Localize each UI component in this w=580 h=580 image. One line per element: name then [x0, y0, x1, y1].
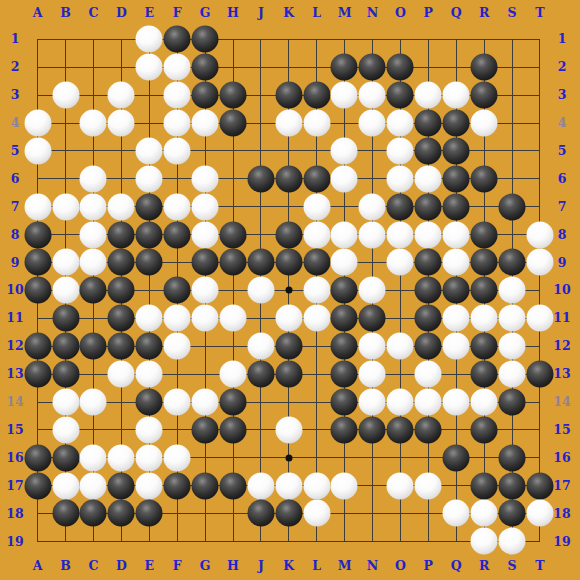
white-stone-F3[interactable]	[164, 82, 191, 109]
intersection-L18[interactable]	[303, 499, 331, 527]
intersection-D13[interactable]	[107, 360, 135, 388]
black-stone-S17[interactable]	[498, 472, 525, 499]
white-stone-O9[interactable]	[387, 249, 414, 276]
intersection-M6[interactable]	[331, 165, 359, 193]
black-stone-M15[interactable]	[331, 416, 358, 443]
intersection-O4[interactable]	[386, 109, 414, 137]
intersection-C10[interactable]	[80, 276, 108, 304]
white-stone-Q14[interactable]	[443, 388, 470, 415]
intersection-O10[interactable]	[386, 276, 414, 304]
white-stone-L11[interactable]	[303, 305, 330, 332]
intersection-E10[interactable]	[135, 276, 163, 304]
intersection-N8[interactable]	[358, 221, 386, 249]
intersection-S14[interactable]	[498, 388, 526, 416]
intersection-J10[interactable]	[247, 276, 275, 304]
white-stone-Q9[interactable]	[443, 249, 470, 276]
black-stone-Q10[interactable]	[443, 277, 470, 304]
white-stone-Q18[interactable]	[443, 500, 470, 527]
intersection-E18[interactable]	[135, 499, 163, 527]
intersection-K4[interactable]	[275, 109, 303, 137]
intersection-L12[interactable]	[303, 332, 331, 360]
intersection-P3[interactable]	[414, 81, 442, 109]
intersection-H16[interactable]	[219, 444, 247, 472]
white-stone-F16[interactable]	[164, 444, 191, 471]
intersection-R15[interactable]	[470, 416, 498, 444]
intersection-N13[interactable]	[358, 360, 386, 388]
intersection-A14[interactable]	[24, 388, 52, 416]
intersection-T14[interactable]	[526, 388, 554, 416]
intersection-H15[interactable]	[219, 416, 247, 444]
intersection-Q7[interactable]	[442, 193, 470, 221]
intersection-E5[interactable]	[135, 137, 163, 165]
white-stone-S19[interactable]	[498, 528, 525, 555]
white-stone-O6[interactable]	[387, 165, 414, 192]
white-stone-A4[interactable]	[24, 109, 51, 136]
intersection-D15[interactable]	[107, 416, 135, 444]
black-stone-P9[interactable]	[415, 249, 442, 276]
intersection-C17[interactable]	[80, 472, 108, 500]
black-stone-A17[interactable]	[24, 472, 51, 499]
intersection-C18[interactable]	[80, 499, 108, 527]
intersection-E17[interactable]	[135, 472, 163, 500]
intersection-T19[interactable]	[526, 527, 554, 555]
black-stone-J13[interactable]	[247, 360, 274, 387]
intersection-K18[interactable]	[275, 499, 303, 527]
intersection-F14[interactable]	[163, 388, 191, 416]
white-stone-F7[interactable]	[164, 193, 191, 220]
intersection-Q2[interactable]	[442, 53, 470, 81]
intersection-G19[interactable]	[191, 527, 219, 555]
intersection-J4[interactable]	[247, 109, 275, 137]
intersection-N14[interactable]	[358, 388, 386, 416]
white-stone-E1[interactable]	[136, 26, 163, 53]
black-stone-R3[interactable]	[470, 82, 497, 109]
intersection-R9[interactable]	[470, 248, 498, 276]
black-stone-D10[interactable]	[108, 277, 135, 304]
white-stone-N14[interactable]	[359, 388, 386, 415]
intersection-M12[interactable]	[331, 332, 359, 360]
black-stone-R17[interactable]	[470, 472, 497, 499]
black-stone-H17[interactable]	[219, 472, 246, 499]
white-stone-L17[interactable]	[303, 472, 330, 499]
black-stone-H4[interactable]	[219, 109, 246, 136]
intersection-M17[interactable]	[331, 472, 359, 500]
intersection-T9[interactable]	[526, 248, 554, 276]
white-stone-Q11[interactable]	[443, 305, 470, 332]
black-stone-B16[interactable]	[52, 444, 79, 471]
black-stone-H8[interactable]	[219, 221, 246, 248]
intersection-F4[interactable]	[163, 109, 191, 137]
black-stone-R15[interactable]	[470, 416, 497, 443]
intersection-K2[interactable]	[275, 53, 303, 81]
intersection-G7[interactable]	[191, 193, 219, 221]
intersection-P14[interactable]	[414, 388, 442, 416]
intersection-O3[interactable]	[386, 81, 414, 109]
black-stone-D11[interactable]	[108, 305, 135, 332]
intersection-H6[interactable]	[219, 165, 247, 193]
white-stone-C7[interactable]	[80, 193, 107, 220]
black-stone-H9[interactable]	[219, 249, 246, 276]
intersection-N3[interactable]	[358, 81, 386, 109]
intersection-J3[interactable]	[247, 81, 275, 109]
white-stone-P3[interactable]	[415, 82, 442, 109]
white-stone-O12[interactable]	[387, 333, 414, 360]
intersection-G16[interactable]	[191, 444, 219, 472]
intersection-O2[interactable]	[386, 53, 414, 81]
intersection-E9[interactable]	[135, 248, 163, 276]
intersection-C7[interactable]	[80, 193, 108, 221]
intersection-P19[interactable]	[414, 527, 442, 555]
black-stone-T17[interactable]	[526, 472, 553, 499]
intersection-S12[interactable]	[498, 332, 526, 360]
intersection-F9[interactable]	[163, 248, 191, 276]
white-stone-E6[interactable]	[136, 165, 163, 192]
intersection-N12[interactable]	[358, 332, 386, 360]
intersection-S10[interactable]	[498, 276, 526, 304]
black-stone-C18[interactable]	[80, 500, 107, 527]
black-stone-J6[interactable]	[247, 165, 274, 192]
black-stone-R13[interactable]	[470, 360, 497, 387]
black-stone-G1[interactable]	[192, 26, 219, 53]
white-stone-E17[interactable]	[136, 472, 163, 499]
white-stone-O17[interactable]	[387, 472, 414, 499]
intersection-B16[interactable]	[52, 444, 80, 472]
intersection-A15[interactable]	[24, 416, 52, 444]
intersection-H4[interactable]	[219, 109, 247, 137]
white-stone-S11[interactable]	[498, 305, 525, 332]
intersection-F19[interactable]	[163, 527, 191, 555]
black-stone-M12[interactable]	[331, 333, 358, 360]
intersection-E16[interactable]	[135, 444, 163, 472]
black-stone-E14[interactable]	[136, 388, 163, 415]
intersection-H7[interactable]	[219, 193, 247, 221]
intersection-R8[interactable]	[470, 221, 498, 249]
black-stone-S7[interactable]	[498, 193, 525, 220]
intersection-B8[interactable]	[52, 221, 80, 249]
black-stone-G17[interactable]	[192, 472, 219, 499]
intersection-J16[interactable]	[247, 444, 275, 472]
intersection-C3[interactable]	[80, 81, 108, 109]
intersection-A11[interactable]	[24, 304, 52, 332]
intersection-B4[interactable]	[52, 109, 80, 137]
intersection-B14[interactable]	[52, 388, 80, 416]
white-stone-R18[interactable]	[470, 500, 497, 527]
intersection-F7[interactable]	[163, 193, 191, 221]
white-stone-B9[interactable]	[52, 249, 79, 276]
black-stone-E12[interactable]	[136, 333, 163, 360]
intersection-H9[interactable]	[219, 248, 247, 276]
white-stone-N3[interactable]	[359, 82, 386, 109]
intersection-Q14[interactable]	[442, 388, 470, 416]
intersection-R19[interactable]	[470, 527, 498, 555]
white-stone-G14[interactable]	[192, 388, 219, 415]
intersection-K1[interactable]	[275, 25, 303, 53]
intersection-A3[interactable]	[24, 81, 52, 109]
intersection-K12[interactable]	[275, 332, 303, 360]
black-stone-L3[interactable]	[303, 82, 330, 109]
intersection-F11[interactable]	[163, 304, 191, 332]
intersection-J18[interactable]	[247, 499, 275, 527]
black-stone-P10[interactable]	[415, 277, 442, 304]
intersection-E19[interactable]	[135, 527, 163, 555]
white-stone-J17[interactable]	[247, 472, 274, 499]
black-stone-P5[interactable]	[415, 137, 442, 164]
intersection-T12[interactable]	[526, 332, 554, 360]
black-stone-D9[interactable]	[108, 249, 135, 276]
white-stone-Q12[interactable]	[443, 333, 470, 360]
white-stone-J10[interactable]	[247, 277, 274, 304]
white-stone-B14[interactable]	[52, 388, 79, 415]
black-stone-K12[interactable]	[275, 333, 302, 360]
intersection-D11[interactable]	[107, 304, 135, 332]
white-stone-M3[interactable]	[331, 82, 358, 109]
intersection-T5[interactable]	[526, 137, 554, 165]
intersection-P1[interactable]	[414, 25, 442, 53]
intersection-J2[interactable]	[247, 53, 275, 81]
white-stone-F14[interactable]	[164, 388, 191, 415]
intersection-F16[interactable]	[163, 444, 191, 472]
intersection-R1[interactable]	[470, 25, 498, 53]
black-stone-R9[interactable]	[470, 249, 497, 276]
black-stone-P12[interactable]	[415, 333, 442, 360]
intersection-B9[interactable]	[52, 248, 80, 276]
black-stone-J9[interactable]	[247, 249, 274, 276]
intersection-L4[interactable]	[303, 109, 331, 137]
intersection-S13[interactable]	[498, 360, 526, 388]
intersection-G17[interactable]	[191, 472, 219, 500]
intersection-Q6[interactable]	[442, 165, 470, 193]
intersection-T15[interactable]	[526, 416, 554, 444]
white-stone-K4[interactable]	[275, 109, 302, 136]
white-stone-C6[interactable]	[80, 165, 107, 192]
white-stone-B7[interactable]	[52, 193, 79, 220]
white-stone-M5[interactable]	[331, 137, 358, 164]
intersection-B12[interactable]	[52, 332, 80, 360]
intersection-O15[interactable]	[386, 416, 414, 444]
white-stone-K11[interactable]	[275, 305, 302, 332]
intersection-S4[interactable]	[498, 109, 526, 137]
intersection-J11[interactable]	[247, 304, 275, 332]
intersection-L19[interactable]	[303, 527, 331, 555]
intersection-F15[interactable]	[163, 416, 191, 444]
intersection-S2[interactable]	[498, 53, 526, 81]
white-stone-C8[interactable]	[80, 221, 107, 248]
intersection-M8[interactable]	[331, 221, 359, 249]
intersection-L15[interactable]	[303, 416, 331, 444]
black-stone-N2[interactable]	[359, 54, 386, 81]
intersection-C4[interactable]	[80, 109, 108, 137]
intersection-G5[interactable]	[191, 137, 219, 165]
intersection-K15[interactable]	[275, 416, 303, 444]
black-stone-P4[interactable]	[415, 109, 442, 136]
intersection-N10[interactable]	[358, 276, 386, 304]
intersection-P5[interactable]	[414, 137, 442, 165]
intersection-S5[interactable]	[498, 137, 526, 165]
intersection-P2[interactable]	[414, 53, 442, 81]
intersection-S19[interactable]	[498, 527, 526, 555]
intersection-E13[interactable]	[135, 360, 163, 388]
intersection-C15[interactable]	[80, 416, 108, 444]
intersection-A16[interactable]	[24, 444, 52, 472]
intersection-N5[interactable]	[358, 137, 386, 165]
intersection-M5[interactable]	[331, 137, 359, 165]
intersection-B6[interactable]	[52, 165, 80, 193]
white-stone-F4[interactable]	[164, 109, 191, 136]
intersection-G2[interactable]	[191, 53, 219, 81]
white-stone-C9[interactable]	[80, 249, 107, 276]
white-stone-C4[interactable]	[80, 109, 107, 136]
intersection-F3[interactable]	[163, 81, 191, 109]
black-stone-F17[interactable]	[164, 472, 191, 499]
intersection-H3[interactable]	[219, 81, 247, 109]
intersection-N6[interactable]	[358, 165, 386, 193]
intersection-E14[interactable]	[135, 388, 163, 416]
intersection-P6[interactable]	[414, 165, 442, 193]
intersection-P7[interactable]	[414, 193, 442, 221]
white-stone-D13[interactable]	[108, 360, 135, 387]
intersection-B13[interactable]	[52, 360, 80, 388]
intersection-E15[interactable]	[135, 416, 163, 444]
black-stone-Q7[interactable]	[443, 193, 470, 220]
intersection-O6[interactable]	[386, 165, 414, 193]
intersection-C14[interactable]	[80, 388, 108, 416]
white-stone-T18[interactable]	[526, 500, 553, 527]
intersection-L7[interactable]	[303, 193, 331, 221]
white-stone-Q3[interactable]	[443, 82, 470, 109]
intersection-K19[interactable]	[275, 527, 303, 555]
black-stone-M13[interactable]	[331, 360, 358, 387]
intersection-E4[interactable]	[135, 109, 163, 137]
intersection-S3[interactable]	[498, 81, 526, 109]
intersection-O1[interactable]	[386, 25, 414, 53]
intersection-Q19[interactable]	[442, 527, 470, 555]
intersection-E7[interactable]	[135, 193, 163, 221]
intersection-K6[interactable]	[275, 165, 303, 193]
intersection-T3[interactable]	[526, 81, 554, 109]
intersection-M19[interactable]	[331, 527, 359, 555]
intersection-C5[interactable]	[80, 137, 108, 165]
intersection-H8[interactable]	[219, 221, 247, 249]
intersection-Q11[interactable]	[442, 304, 470, 332]
intersection-K3[interactable]	[275, 81, 303, 109]
intersection-D3[interactable]	[107, 81, 135, 109]
intersection-C1[interactable]	[80, 25, 108, 53]
white-stone-A7[interactable]	[24, 193, 51, 220]
white-stone-H11[interactable]	[219, 305, 246, 332]
white-stone-E15[interactable]	[136, 416, 163, 443]
intersection-G18[interactable]	[191, 499, 219, 527]
white-stone-B15[interactable]	[52, 416, 79, 443]
black-stone-L9[interactable]	[303, 249, 330, 276]
intersection-L13[interactable]	[303, 360, 331, 388]
intersection-C9[interactable]	[80, 248, 108, 276]
intersection-R4[interactable]	[470, 109, 498, 137]
intersection-R17[interactable]	[470, 472, 498, 500]
intersection-H18[interactable]	[219, 499, 247, 527]
intersection-T16[interactable]	[526, 444, 554, 472]
intersection-O14[interactable]	[386, 388, 414, 416]
black-stone-H3[interactable]	[219, 82, 246, 109]
black-stone-R2[interactable]	[470, 54, 497, 81]
black-stone-E18[interactable]	[136, 500, 163, 527]
intersection-M18[interactable]	[331, 499, 359, 527]
intersection-G3[interactable]	[191, 81, 219, 109]
intersection-J17[interactable]	[247, 472, 275, 500]
intersection-T1[interactable]	[526, 25, 554, 53]
intersection-D8[interactable]	[107, 221, 135, 249]
white-stone-P13[interactable]	[415, 360, 442, 387]
black-stone-C10[interactable]	[80, 277, 107, 304]
intersection-J19[interactable]	[247, 527, 275, 555]
intersection-T13[interactable]	[526, 360, 554, 388]
intersection-A7[interactable]	[24, 193, 52, 221]
white-stone-F5[interactable]	[164, 137, 191, 164]
intersection-P17[interactable]	[414, 472, 442, 500]
intersection-Q8[interactable]	[442, 221, 470, 249]
intersection-Q9[interactable]	[442, 248, 470, 276]
white-stone-R19[interactable]	[470, 528, 497, 555]
white-stone-L7[interactable]	[303, 193, 330, 220]
black-stone-N11[interactable]	[359, 305, 386, 332]
black-stone-M14[interactable]	[331, 388, 358, 415]
intersection-E1[interactable]	[135, 25, 163, 53]
intersection-O5[interactable]	[386, 137, 414, 165]
intersection-T6[interactable]	[526, 165, 554, 193]
intersection-O7[interactable]	[386, 193, 414, 221]
intersection-N15[interactable]	[358, 416, 386, 444]
intersection-S18[interactable]	[498, 499, 526, 527]
intersection-D14[interactable]	[107, 388, 135, 416]
intersection-R7[interactable]	[470, 193, 498, 221]
black-stone-H15[interactable]	[219, 416, 246, 443]
intersection-L5[interactable]	[303, 137, 331, 165]
intersection-D2[interactable]	[107, 53, 135, 81]
white-stone-E16[interactable]	[136, 444, 163, 471]
intersection-R13[interactable]	[470, 360, 498, 388]
intersection-D16[interactable]	[107, 444, 135, 472]
black-stone-B12[interactable]	[52, 333, 79, 360]
intersection-K8[interactable]	[275, 221, 303, 249]
intersection-B19[interactable]	[52, 527, 80, 555]
intersection-R3[interactable]	[470, 81, 498, 109]
intersection-B1[interactable]	[52, 25, 80, 53]
intersection-F8[interactable]	[163, 221, 191, 249]
white-stone-D7[interactable]	[108, 193, 135, 220]
intersection-A5[interactable]	[24, 137, 52, 165]
intersection-H19[interactable]	[219, 527, 247, 555]
white-stone-N13[interactable]	[359, 360, 386, 387]
intersection-B15[interactable]	[52, 416, 80, 444]
black-stone-E9[interactable]	[136, 249, 163, 276]
white-stone-N12[interactable]	[359, 333, 386, 360]
intersection-R16[interactable]	[470, 444, 498, 472]
intersection-L6[interactable]	[303, 165, 331, 193]
intersection-Q13[interactable]	[442, 360, 470, 388]
black-stone-B18[interactable]	[52, 500, 79, 527]
intersection-Q18[interactable]	[442, 499, 470, 527]
intersection-M11[interactable]	[331, 304, 359, 332]
black-stone-F8[interactable]	[164, 221, 191, 248]
intersection-C2[interactable]	[80, 53, 108, 81]
black-stone-K6[interactable]	[275, 165, 302, 192]
white-stone-O4[interactable]	[387, 109, 414, 136]
black-stone-R12[interactable]	[470, 333, 497, 360]
black-stone-M11[interactable]	[331, 305, 358, 332]
black-stone-J18[interactable]	[247, 500, 274, 527]
intersection-N16[interactable]	[358, 444, 386, 472]
intersection-D5[interactable]	[107, 137, 135, 165]
white-stone-K17[interactable]	[275, 472, 302, 499]
